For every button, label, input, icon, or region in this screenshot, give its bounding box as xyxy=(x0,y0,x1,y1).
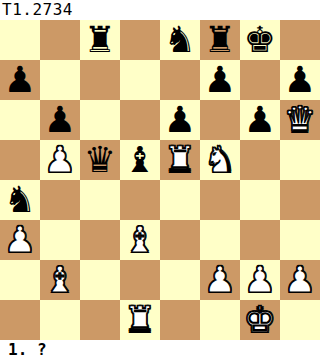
square-a8[interactable] xyxy=(0,20,40,60)
square-g6[interactable]: ♟ xyxy=(240,100,280,140)
square-a1[interactable] xyxy=(0,300,40,340)
square-c2[interactable] xyxy=(80,260,120,300)
square-g7[interactable] xyxy=(240,60,280,100)
square-e4[interactable] xyxy=(160,180,200,220)
white-rook-e5[interactable]: ♜ xyxy=(164,140,196,180)
white-knight-f5[interactable]: ♞ xyxy=(204,140,236,180)
black-king-g8[interactable]: ♚ xyxy=(244,20,276,60)
puzzle-id: T1.2734 xyxy=(2,0,73,20)
square-b3[interactable] xyxy=(40,220,80,260)
black-pawn-e6[interactable]: ♟ xyxy=(164,100,196,140)
white-rook-d1[interactable]: ♜ xyxy=(124,300,156,340)
square-a3[interactable]: ♟ xyxy=(0,220,40,260)
square-g1[interactable]: ♚ xyxy=(240,300,280,340)
square-g2[interactable]: ♟ xyxy=(240,260,280,300)
square-f8[interactable]: ♜ xyxy=(200,20,240,60)
square-b2[interactable]: ♝ xyxy=(40,260,80,300)
square-e6[interactable]: ♟ xyxy=(160,100,200,140)
square-h7[interactable]: ♟ xyxy=(280,60,320,100)
square-f6[interactable] xyxy=(200,100,240,140)
square-b7[interactable] xyxy=(40,60,80,100)
chess-trainer-window: T1.2734 ♜♞♜♚♟♟♟♟♟♟♛♟♛♝♜♞♞♟♝♝♟♟♟♜♚ 1. ? xyxy=(0,0,320,360)
white-pawn-b5[interactable]: ♟ xyxy=(44,140,76,180)
black-pawn-b6[interactable]: ♟ xyxy=(44,100,76,140)
square-e2[interactable] xyxy=(160,260,200,300)
chess-board: ♜♞♜♚♟♟♟♟♟♟♛♟♛♝♜♞♞♟♝♝♟♟♟♜♚ xyxy=(0,20,320,340)
square-g3[interactable] xyxy=(240,220,280,260)
white-pawn-f2[interactable]: ♟ xyxy=(204,260,236,300)
square-h5[interactable] xyxy=(280,140,320,180)
square-g8[interactable]: ♚ xyxy=(240,20,280,60)
black-pawn-f7[interactable]: ♟ xyxy=(204,60,236,100)
square-f1[interactable] xyxy=(200,300,240,340)
square-d7[interactable] xyxy=(120,60,160,100)
black-queen-c5[interactable]: ♛ xyxy=(84,140,116,180)
square-d3[interactable]: ♝ xyxy=(120,220,160,260)
square-d4[interactable] xyxy=(120,180,160,220)
square-c6[interactable] xyxy=(80,100,120,140)
square-d1[interactable]: ♜ xyxy=(120,300,160,340)
square-f3[interactable] xyxy=(200,220,240,260)
square-a5[interactable] xyxy=(0,140,40,180)
square-h6[interactable]: ♛ xyxy=(280,100,320,140)
black-pawn-g6[interactable]: ♟ xyxy=(244,100,276,140)
white-bishop-b2[interactable]: ♝ xyxy=(44,260,76,300)
black-pawn-h7[interactable]: ♟ xyxy=(284,60,316,100)
square-e5[interactable]: ♜ xyxy=(160,140,200,180)
square-a7[interactable]: ♟ xyxy=(0,60,40,100)
black-pawn-a7[interactable]: ♟ xyxy=(4,60,36,100)
square-a2[interactable] xyxy=(0,260,40,300)
square-c3[interactable] xyxy=(80,220,120,260)
square-h2[interactable]: ♟ xyxy=(280,260,320,300)
white-pawn-g2[interactable]: ♟ xyxy=(244,260,276,300)
square-f2[interactable]: ♟ xyxy=(200,260,240,300)
square-c4[interactable] xyxy=(80,180,120,220)
white-bishop-d3[interactable]: ♝ xyxy=(124,220,156,260)
square-a4[interactable]: ♞ xyxy=(0,180,40,220)
square-c5[interactable]: ♛ xyxy=(80,140,120,180)
square-h4[interactable] xyxy=(280,180,320,220)
square-b8[interactable] xyxy=(40,20,80,60)
square-d6[interactable] xyxy=(120,100,160,140)
move-prompt: 1. ? xyxy=(8,340,47,360)
prompt-bar: 1. ? xyxy=(0,340,320,360)
square-b4[interactable] xyxy=(40,180,80,220)
square-h8[interactable] xyxy=(280,20,320,60)
black-knight-a4[interactable]: ♞ xyxy=(4,180,36,220)
square-h1[interactable] xyxy=(280,300,320,340)
title-bar: T1.2734 xyxy=(0,0,320,20)
black-bishop-d5[interactable]: ♝ xyxy=(124,140,156,180)
square-f5[interactable]: ♞ xyxy=(200,140,240,180)
square-g5[interactable] xyxy=(240,140,280,180)
black-knight-e8[interactable]: ♞ xyxy=(164,20,196,60)
square-e8[interactable]: ♞ xyxy=(160,20,200,60)
white-pawn-h2[interactable]: ♟ xyxy=(284,260,316,300)
square-b5[interactable]: ♟ xyxy=(40,140,80,180)
square-c7[interactable] xyxy=(80,60,120,100)
square-e3[interactable] xyxy=(160,220,200,260)
square-g4[interactable] xyxy=(240,180,280,220)
black-rook-c8[interactable]: ♜ xyxy=(84,20,116,60)
square-e1[interactable] xyxy=(160,300,200,340)
square-b6[interactable]: ♟ xyxy=(40,100,80,140)
square-b1[interactable] xyxy=(40,300,80,340)
square-c8[interactable]: ♜ xyxy=(80,20,120,60)
black-rook-f8[interactable]: ♜ xyxy=(204,20,236,60)
white-pawn-a3[interactable]: ♟ xyxy=(4,220,36,260)
square-f4[interactable] xyxy=(200,180,240,220)
square-d8[interactable] xyxy=(120,20,160,60)
white-queen-h6[interactable]: ♛ xyxy=(284,100,316,140)
square-h3[interactable] xyxy=(280,220,320,260)
square-d5[interactable]: ♝ xyxy=(120,140,160,180)
square-d2[interactable] xyxy=(120,260,160,300)
square-c1[interactable] xyxy=(80,300,120,340)
square-e7[interactable] xyxy=(160,60,200,100)
white-king-g1[interactable]: ♚ xyxy=(244,300,276,340)
square-f7[interactable]: ♟ xyxy=(200,60,240,100)
square-a6[interactable] xyxy=(0,100,40,140)
